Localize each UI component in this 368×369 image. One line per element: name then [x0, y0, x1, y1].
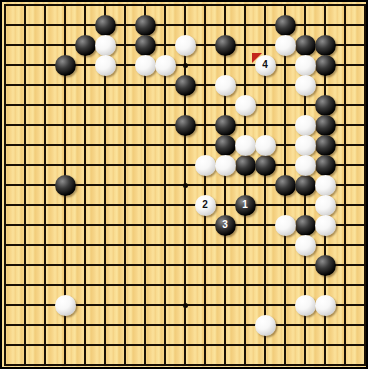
- move-number-label: 2: [202, 200, 208, 210]
- black-stone[interactable]: [315, 115, 336, 136]
- white-stone[interactable]: [215, 155, 236, 176]
- black-stone[interactable]: [295, 35, 316, 56]
- white-stone[interactable]: [275, 215, 296, 236]
- white-stone[interactable]: [175, 35, 196, 56]
- white-stone[interactable]: [295, 55, 316, 76]
- white-stone[interactable]: [295, 235, 316, 256]
- go-board[interactable]: 1342: [0, 0, 368, 369]
- black-stone[interactable]: [135, 35, 156, 56]
- white-stone[interactable]: [195, 155, 216, 176]
- move-number-label: 3: [222, 220, 228, 230]
- black-stone[interactable]: [275, 15, 296, 36]
- black-stone[interactable]: [315, 255, 336, 276]
- star-point: [183, 183, 188, 188]
- black-stone[interactable]: [215, 35, 236, 56]
- black-stone[interactable]: [235, 155, 256, 176]
- grid-line-vertical: [344, 4, 346, 366]
- black-stone[interactable]: [175, 115, 196, 136]
- white-stone[interactable]: [255, 135, 276, 156]
- grid-line-vertical: [204, 4, 206, 366]
- white-stone[interactable]: [215, 75, 236, 96]
- black-stone[interactable]: 1: [235, 195, 256, 216]
- grid-line-vertical: [364, 4, 366, 366]
- black-stone[interactable]: [315, 135, 336, 156]
- black-stone[interactable]: [295, 175, 316, 196]
- black-stone[interactable]: [135, 15, 156, 36]
- black-stone[interactable]: [175, 75, 196, 96]
- white-stone[interactable]: [295, 75, 316, 96]
- star-point: [183, 303, 188, 308]
- white-stone[interactable]: [155, 55, 176, 76]
- black-stone[interactable]: [55, 175, 76, 196]
- white-stone[interactable]: [275, 35, 296, 56]
- grid-line-vertical: [244, 4, 246, 366]
- black-stone[interactable]: [75, 35, 96, 56]
- move-number-label: 4: [262, 60, 268, 70]
- white-stone[interactable]: 2: [195, 195, 216, 216]
- white-stone[interactable]: [235, 135, 256, 156]
- star-point: [183, 63, 188, 68]
- white-stone[interactable]: [135, 55, 156, 76]
- black-stone[interactable]: 3: [215, 215, 236, 236]
- grid-line-horizontal: [4, 284, 366, 286]
- white-stone[interactable]: [55, 295, 76, 316]
- black-stone[interactable]: [315, 95, 336, 116]
- white-stone[interactable]: [315, 175, 336, 196]
- white-stone[interactable]: [295, 155, 316, 176]
- white-stone[interactable]: [235, 95, 256, 116]
- white-stone[interactable]: [315, 215, 336, 236]
- black-stone[interactable]: [95, 15, 116, 36]
- white-stone[interactable]: [295, 135, 316, 156]
- grid-line-horizontal: [4, 344, 366, 346]
- grid-line-horizontal: [4, 264, 366, 266]
- last-move-marker: [252, 53, 262, 63]
- white-stone[interactable]: [95, 55, 116, 76]
- black-stone[interactable]: [55, 55, 76, 76]
- black-stone[interactable]: [315, 55, 336, 76]
- white-stone[interactable]: [295, 115, 316, 136]
- white-stone[interactable]: [315, 195, 336, 216]
- black-stone[interactable]: [215, 135, 236, 156]
- black-stone[interactable]: [255, 155, 276, 176]
- grid-line-horizontal: [4, 364, 366, 366]
- grid-line-horizontal: [4, 324, 366, 326]
- black-stone[interactable]: [315, 155, 336, 176]
- black-stone[interactable]: [315, 35, 336, 56]
- white-stone[interactable]: [315, 295, 336, 316]
- grid-line-horizontal: [4, 204, 366, 206]
- white-stone[interactable]: [255, 315, 276, 336]
- white-stone[interactable]: [295, 295, 316, 316]
- black-stone[interactable]: [275, 175, 296, 196]
- grid-line-vertical: [224, 4, 226, 366]
- black-stone[interactable]: [215, 115, 236, 136]
- black-stone[interactable]: [295, 215, 316, 236]
- white-stone[interactable]: [95, 35, 116, 56]
- move-number-label: 1: [242, 200, 248, 210]
